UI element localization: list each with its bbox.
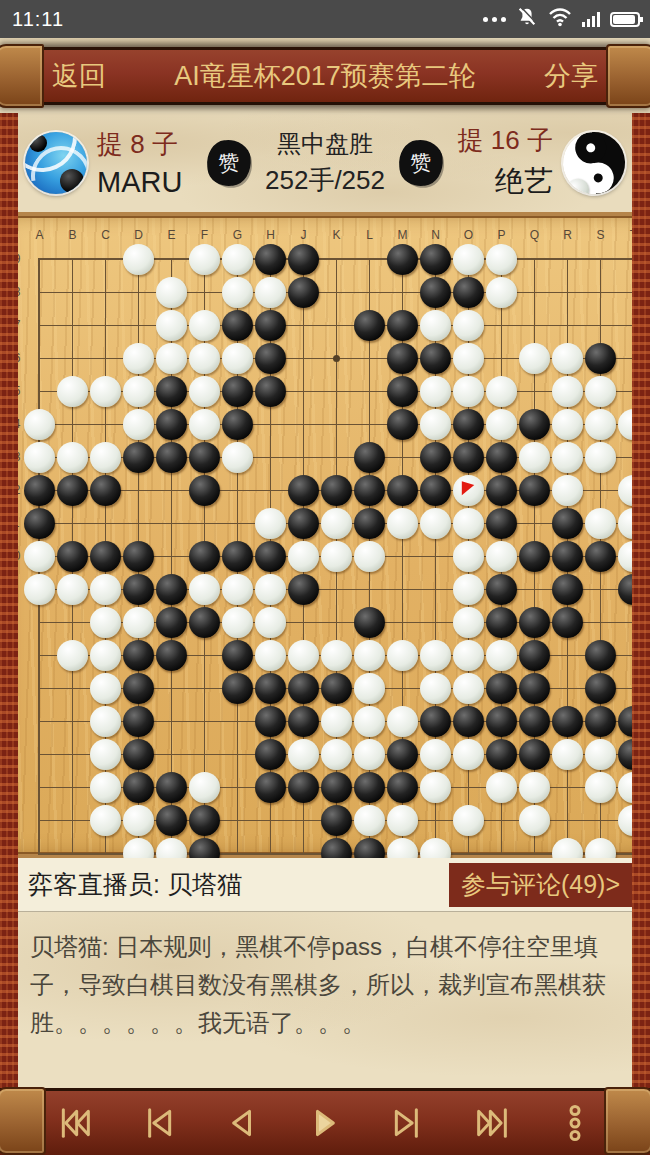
board-cell[interactable] [221,408,254,441]
board-cell[interactable] [23,705,56,738]
board-cell[interactable] [584,507,617,540]
board-cell[interactable] [155,507,188,540]
board-cell[interactable] [584,672,617,705]
board-cell[interactable] [584,573,617,606]
board-cell[interactable] [254,474,287,507]
board-cell[interactable] [287,507,320,540]
step-back-button[interactable] [219,1100,265,1146]
board-cell[interactable] [155,474,188,507]
board-cell[interactable] [155,309,188,342]
board-cell[interactable] [254,804,287,837]
board-cell[interactable] [353,804,386,837]
board-cell[interactable] [452,507,485,540]
board-cell[interactable] [419,507,452,540]
board-cell[interactable] [155,738,188,771]
board-cell[interactable] [518,672,551,705]
board-cell[interactable] [386,243,419,276]
board-cell[interactable] [386,276,419,309]
board-cell[interactable] [485,507,518,540]
board-cell[interactable] [155,606,188,639]
avatar-white-player[interactable] [556,125,631,200]
board-cell[interactable] [386,342,419,375]
board-cell[interactable] [23,408,56,441]
forward-bar-button[interactable] [385,1100,431,1146]
like-stamp-icon-right[interactable]: 赞 [397,137,446,187]
board-cell[interactable] [188,243,221,276]
board-cell[interactable] [89,375,122,408]
board-cell[interactable] [221,804,254,837]
board-cell[interactable] [518,540,551,573]
board-cell[interactable] [188,771,221,804]
board-cell[interactable] [56,573,89,606]
board-cell[interactable] [254,771,287,804]
board-cell[interactable] [320,573,353,606]
board-cell[interactable] [23,243,56,276]
board-cell[interactable] [353,375,386,408]
board-cell[interactable] [188,606,221,639]
board-cell[interactable] [221,243,254,276]
board-cell[interactable] [551,672,584,705]
board-cell[interactable] [485,606,518,639]
board-cell[interactable] [518,606,551,639]
board-cell[interactable] [254,738,287,771]
board-cell[interactable] [122,474,155,507]
board-cell[interactable] [485,474,518,507]
board-cell[interactable] [353,309,386,342]
board-cell[interactable] [23,639,56,672]
board-cell[interactable] [485,276,518,309]
board-cell[interactable] [386,738,419,771]
board-cell[interactable] [320,540,353,573]
board-cell[interactable] [584,639,617,672]
board-cell[interactable] [584,375,617,408]
board-cell[interactable] [584,771,617,804]
board-cell[interactable] [188,672,221,705]
share-button[interactable]: 分享 [544,58,598,94]
board-cell[interactable] [221,309,254,342]
board-cell[interactable] [23,606,56,639]
board-cell[interactable] [452,804,485,837]
board-cell[interactable] [254,276,287,309]
board-cell[interactable] [386,639,419,672]
board-cell[interactable] [320,672,353,705]
board-cell[interactable] [386,474,419,507]
board-cell[interactable] [518,738,551,771]
board-cell[interactable] [452,573,485,606]
board-cell[interactable] [485,639,518,672]
board-cell[interactable] [353,507,386,540]
board-cell[interactable] [551,573,584,606]
board-cell[interactable] [89,474,122,507]
board-cell[interactable] [551,408,584,441]
board-cell[interactable] [122,771,155,804]
board-cell[interactable] [386,408,419,441]
board-cell[interactable] [485,804,518,837]
board-cell[interactable] [452,342,485,375]
board-cell[interactable] [584,606,617,639]
board-cell[interactable] [419,639,452,672]
jump-to-start-button[interactable] [52,1100,98,1146]
board-cell[interactable] [320,606,353,639]
board-cell[interactable] [518,243,551,276]
board-cell[interactable] [320,309,353,342]
board-cell[interactable] [221,507,254,540]
board-cell[interactable] [353,342,386,375]
board-cell[interactable] [221,738,254,771]
board-cell[interactable] [287,639,320,672]
more-options-button[interactable] [552,1100,598,1146]
board-cell[interactable] [122,375,155,408]
avatar-black-player[interactable] [25,132,87,194]
board-cell[interactable] [287,738,320,771]
board-cell[interactable] [254,672,287,705]
board-cell[interactable] [122,276,155,309]
board-cell[interactable] [89,738,122,771]
board-cell[interactable] [23,342,56,375]
board-cell[interactable] [386,672,419,705]
board-cell[interactable] [221,276,254,309]
board-cell[interactable] [320,243,353,276]
board-cell[interactable] [518,276,551,309]
board-cell[interactable] [353,672,386,705]
board-cell[interactable] [518,474,551,507]
board-cell[interactable] [353,606,386,639]
board-cell[interactable] [518,639,551,672]
board-cell[interactable] [353,738,386,771]
board-cell[interactable] [23,804,56,837]
board-cell[interactable] [254,342,287,375]
board-cell[interactable] [419,705,452,738]
board-cell[interactable] [584,441,617,474]
board-cell[interactable] [254,573,287,606]
board-cell[interactable] [221,771,254,804]
board-cell[interactable] [485,375,518,408]
board-cell[interactable] [584,738,617,771]
board-cell[interactable] [254,639,287,672]
board-cell[interactable] [254,540,287,573]
board-cell[interactable] [188,804,221,837]
board-cell[interactable] [551,309,584,342]
board-cell[interactable] [287,540,320,573]
board-cell[interactable] [56,639,89,672]
board-cell[interactable] [551,474,584,507]
board-cell[interactable] [56,672,89,705]
board-cell[interactable] [320,441,353,474]
board-cell[interactable] [320,705,353,738]
board-cell[interactable] [89,771,122,804]
board-cell[interactable] [452,309,485,342]
board-cell[interactable] [122,705,155,738]
board-cell[interactable] [155,540,188,573]
board-cell[interactable] [89,243,122,276]
board-cell[interactable] [518,408,551,441]
board-cell[interactable] [89,441,122,474]
board-cell[interactable] [155,375,188,408]
board-cell[interactable] [56,243,89,276]
board-cell[interactable] [287,408,320,441]
board-cell[interactable] [518,573,551,606]
board-cell[interactable] [23,540,56,573]
board-cell[interactable] [155,672,188,705]
board-cell[interactable] [353,474,386,507]
board-cell[interactable] [188,342,221,375]
board-cell[interactable] [287,573,320,606]
board-cell[interactable] [155,408,188,441]
board-cell[interactable] [221,573,254,606]
board-cell[interactable] [452,408,485,441]
board-cell[interactable] [23,441,56,474]
board-cell[interactable] [122,804,155,837]
board-cell[interactable] [188,507,221,540]
board-cell[interactable] [155,705,188,738]
board-cell[interactable] [254,243,287,276]
board-cell[interactable] [386,441,419,474]
board-cell[interactable] [419,408,452,441]
board-cell[interactable] [419,804,452,837]
board-cell[interactable] [386,309,419,342]
board-cell[interactable] [89,309,122,342]
board-cell[interactable] [386,540,419,573]
board-cell[interactable] [320,507,353,540]
board-cell[interactable] [419,375,452,408]
board-cell[interactable] [188,276,221,309]
board-cell[interactable] [221,705,254,738]
board-cell[interactable] [89,540,122,573]
board-cell[interactable] [353,243,386,276]
board-cell[interactable] [122,672,155,705]
board-cell[interactable] [452,375,485,408]
board-cell[interactable] [188,309,221,342]
board-cell[interactable] [518,507,551,540]
fast-back-button[interactable] [135,1100,181,1146]
board-cell[interactable] [287,804,320,837]
board-cell[interactable] [452,276,485,309]
board-cell[interactable] [23,276,56,309]
board-cell[interactable] [386,606,419,639]
board-cell[interactable] [320,408,353,441]
board-cell[interactable] [452,474,485,507]
board-cell[interactable] [287,771,320,804]
board-cell[interactable] [551,375,584,408]
board-cell[interactable] [188,738,221,771]
board-cell[interactable] [518,342,551,375]
board-cell[interactable] [221,540,254,573]
join-comments-button[interactable]: 参与评论(49)> [449,863,632,907]
board-cell[interactable] [386,507,419,540]
board-cell[interactable] [89,606,122,639]
board-cell[interactable] [320,804,353,837]
board-cell[interactable] [452,771,485,804]
board-cell[interactable] [551,276,584,309]
board-cell[interactable] [353,771,386,804]
board-cell[interactable] [452,738,485,771]
board-cell[interactable] [188,639,221,672]
board-cell[interactable] [155,243,188,276]
board-cell[interactable] [353,573,386,606]
board-cell[interactable] [122,441,155,474]
board-cell[interactable] [89,705,122,738]
board-cell[interactable] [485,342,518,375]
board-cell[interactable] [221,639,254,672]
board-cell[interactable] [551,738,584,771]
board-cell[interactable] [155,342,188,375]
board-cell[interactable] [287,342,320,375]
board-cell[interactable] [122,639,155,672]
board-cell[interactable] [287,243,320,276]
board-cell[interactable] [386,375,419,408]
board-cell[interactable] [56,507,89,540]
step-forward-button[interactable] [302,1100,348,1146]
board-cell[interactable] [452,243,485,276]
board-cell[interactable] [419,771,452,804]
board-cell[interactable] [485,705,518,738]
board-cell[interactable] [419,672,452,705]
board-cell[interactable] [485,408,518,441]
board-cell[interactable] [353,276,386,309]
board-cell[interactable] [320,771,353,804]
board-cell[interactable] [56,441,89,474]
board-cell[interactable] [221,474,254,507]
board-cell[interactable] [188,441,221,474]
board-cell[interactable] [485,672,518,705]
board-cell[interactable] [23,375,56,408]
board-cell[interactable] [89,672,122,705]
board-cell[interactable] [419,309,452,342]
board-cell[interactable] [551,243,584,276]
board-cell[interactable] [386,804,419,837]
board-cell[interactable] [452,705,485,738]
board-cell[interactable] [23,507,56,540]
board-cell[interactable] [419,441,452,474]
board-cell[interactable] [584,540,617,573]
board-cell[interactable] [584,342,617,375]
board-cell[interactable] [23,573,56,606]
board-cell[interactable] [485,540,518,573]
board-cell[interactable] [122,309,155,342]
board-cell[interactable] [188,573,221,606]
board-cell[interactable] [221,342,254,375]
board-cell[interactable] [56,276,89,309]
board-cell[interactable] [353,441,386,474]
board-cell[interactable] [287,309,320,342]
board-cell[interactable] [353,705,386,738]
board-cell[interactable] [56,342,89,375]
board-cell[interactable] [89,342,122,375]
board-cell[interactable] [584,705,617,738]
board-cell[interactable] [56,738,89,771]
board-cell[interactable] [551,705,584,738]
board-cell[interactable] [485,243,518,276]
board-cell[interactable] [518,771,551,804]
board-cell[interactable] [188,705,221,738]
board-cell[interactable] [518,705,551,738]
board-cell[interactable] [221,606,254,639]
board-cell[interactable] [419,738,452,771]
board-cell[interactable] [155,276,188,309]
board-cell[interactable] [56,474,89,507]
board-cell[interactable] [221,441,254,474]
board-cell[interactable] [89,276,122,309]
board-cell[interactable] [584,474,617,507]
board-cell[interactable] [155,573,188,606]
board-cell[interactable] [89,408,122,441]
board-cell[interactable] [419,606,452,639]
board-cell[interactable] [419,276,452,309]
board-cell[interactable] [56,408,89,441]
board-cell[interactable] [287,474,320,507]
board-cell[interactable] [551,771,584,804]
board-cell[interactable] [155,771,188,804]
board-cell[interactable] [551,639,584,672]
board-cell[interactable] [419,243,452,276]
board-cell[interactable] [188,408,221,441]
board-cell[interactable] [287,672,320,705]
board-cell[interactable] [56,705,89,738]
board-cell[interactable] [155,639,188,672]
board-cell[interactable] [89,507,122,540]
board-cell[interactable] [320,375,353,408]
board-cell[interactable] [155,441,188,474]
board-cell[interactable] [122,606,155,639]
board-cell[interactable] [485,441,518,474]
board-cell[interactable] [122,738,155,771]
board-cell[interactable] [23,474,56,507]
board-cell[interactable] [452,540,485,573]
board-cell[interactable] [122,507,155,540]
board-cell[interactable] [254,507,287,540]
board-cell[interactable] [386,705,419,738]
board-cell[interactable] [584,243,617,276]
board-cell[interactable] [188,375,221,408]
board-cell[interactable] [254,606,287,639]
board-cell[interactable] [419,573,452,606]
board-cell[interactable] [518,375,551,408]
board-cell[interactable] [584,804,617,837]
board-cell[interactable] [287,606,320,639]
board-cell[interactable] [254,705,287,738]
board-cell[interactable] [56,309,89,342]
board-cell[interactable] [56,771,89,804]
board-cell[interactable] [452,441,485,474]
board-cell[interactable] [551,342,584,375]
board-cell[interactable] [551,804,584,837]
board-cell[interactable] [452,672,485,705]
board-cell[interactable] [122,408,155,441]
board-cell[interactable] [584,309,617,342]
board-cell[interactable] [122,342,155,375]
board-cell[interactable] [320,639,353,672]
board-cell[interactable] [254,375,287,408]
board-cell[interactable] [23,738,56,771]
board-cell[interactable] [320,738,353,771]
jump-to-end-button[interactable] [469,1100,515,1146]
board-cell[interactable] [287,705,320,738]
board-cell[interactable] [188,474,221,507]
board-cell[interactable] [287,441,320,474]
board-cell[interactable] [254,441,287,474]
board-cell[interactable] [23,672,56,705]
board-cell[interactable] [287,375,320,408]
board-cell[interactable] [188,540,221,573]
board-cell[interactable] [56,540,89,573]
board-cell[interactable] [485,309,518,342]
board-cell[interactable] [452,606,485,639]
board-cell[interactable] [320,276,353,309]
board-cell[interactable] [23,309,56,342]
board-cell[interactable] [551,606,584,639]
board-cell[interactable] [419,474,452,507]
board-cell[interactable] [89,804,122,837]
